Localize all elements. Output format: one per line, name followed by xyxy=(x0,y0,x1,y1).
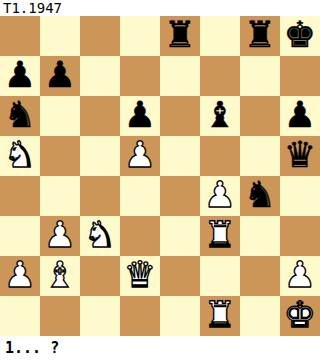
square-g8[interactable]: ♜ xyxy=(240,16,280,56)
square-a7[interactable]: ♟ xyxy=(0,56,40,96)
square-d3[interactable] xyxy=(120,216,160,256)
square-b2[interactable]: ♝ xyxy=(40,256,80,296)
chess-board: ♜♜♚♟♟♞♟♝♟♞♟♛♟♞♟♞♜♟♝♛♟♜♚ xyxy=(0,16,320,336)
move-prompt: 1... ? xyxy=(5,339,59,357)
square-e1[interactable] xyxy=(160,296,200,336)
black-rook-piece: ♜ xyxy=(164,15,196,55)
puzzle-title: T1.1947 xyxy=(3,0,62,16)
black-pawn-piece: ♟ xyxy=(44,55,76,95)
square-d4[interactable] xyxy=(120,176,160,216)
square-h3[interactable] xyxy=(280,216,320,256)
square-g4[interactable]: ♞ xyxy=(240,176,280,216)
square-a8[interactable] xyxy=(0,16,40,56)
black-bishop-piece: ♝ xyxy=(204,95,236,135)
square-c5[interactable] xyxy=(80,136,120,176)
square-c7[interactable] xyxy=(80,56,120,96)
square-a3[interactable] xyxy=(0,216,40,256)
square-c8[interactable] xyxy=(80,16,120,56)
black-pawn-piece: ♟ xyxy=(284,95,316,135)
white-rook-piece: ♜ xyxy=(204,215,236,255)
square-d7[interactable] xyxy=(120,56,160,96)
white-pawn-piece: ♟ xyxy=(284,255,316,295)
square-a1[interactable] xyxy=(0,296,40,336)
square-h1[interactable]: ♚ xyxy=(280,296,320,336)
square-f7[interactable] xyxy=(200,56,240,96)
white-queen-piece: ♛ xyxy=(124,255,156,295)
square-c6[interactable] xyxy=(80,96,120,136)
square-c1[interactable] xyxy=(80,296,120,336)
white-knight-piece: ♞ xyxy=(4,135,36,175)
square-d1[interactable] xyxy=(120,296,160,336)
square-g3[interactable] xyxy=(240,216,280,256)
square-b5[interactable] xyxy=(40,136,80,176)
square-h4[interactable] xyxy=(280,176,320,216)
black-pawn-piece: ♟ xyxy=(124,95,156,135)
square-d2[interactable]: ♛ xyxy=(120,256,160,296)
white-pawn-piece: ♟ xyxy=(44,215,76,255)
square-b1[interactable] xyxy=(40,296,80,336)
square-e6[interactable] xyxy=(160,96,200,136)
square-g2[interactable] xyxy=(240,256,280,296)
square-g5[interactable] xyxy=(240,136,280,176)
square-f1[interactable]: ♜ xyxy=(200,296,240,336)
square-h6[interactable]: ♟ xyxy=(280,96,320,136)
square-h8[interactable]: ♚ xyxy=(280,16,320,56)
square-d6[interactable]: ♟ xyxy=(120,96,160,136)
puzzle-footer: 1... ? xyxy=(0,336,320,360)
square-e5[interactable] xyxy=(160,136,200,176)
square-b6[interactable] xyxy=(40,96,80,136)
square-g6[interactable] xyxy=(240,96,280,136)
square-a2[interactable]: ♟ xyxy=(0,256,40,296)
square-f6[interactable]: ♝ xyxy=(200,96,240,136)
square-g7[interactable] xyxy=(240,56,280,96)
square-f8[interactable] xyxy=(200,16,240,56)
black-rook-piece: ♜ xyxy=(244,15,276,55)
square-d8[interactable] xyxy=(120,16,160,56)
square-a4[interactable] xyxy=(0,176,40,216)
square-e8[interactable]: ♜ xyxy=(160,16,200,56)
square-e2[interactable] xyxy=(160,256,200,296)
white-pawn-piece: ♟ xyxy=(4,255,36,295)
white-king-piece: ♚ xyxy=(284,295,316,335)
square-h7[interactable] xyxy=(280,56,320,96)
square-h5[interactable]: ♛ xyxy=(280,136,320,176)
square-b3[interactable]: ♟ xyxy=(40,216,80,256)
white-rook-piece: ♜ xyxy=(204,295,236,335)
square-b7[interactable]: ♟ xyxy=(40,56,80,96)
square-c4[interactable] xyxy=(80,176,120,216)
square-d5[interactable]: ♟ xyxy=(120,136,160,176)
square-a5[interactable]: ♞ xyxy=(0,136,40,176)
white-pawn-piece: ♟ xyxy=(204,175,236,215)
square-e4[interactable] xyxy=(160,176,200,216)
white-bishop-piece: ♝ xyxy=(44,255,76,295)
black-king-piece: ♚ xyxy=(284,15,316,55)
square-f2[interactable] xyxy=(200,256,240,296)
square-f4[interactable]: ♟ xyxy=(200,176,240,216)
square-f3[interactable]: ♜ xyxy=(200,216,240,256)
square-c3[interactable]: ♞ xyxy=(80,216,120,256)
square-a6[interactable]: ♞ xyxy=(0,96,40,136)
square-b4[interactable] xyxy=(40,176,80,216)
square-f5[interactable] xyxy=(200,136,240,176)
square-c2[interactable] xyxy=(80,256,120,296)
black-queen-piece: ♛ xyxy=(284,135,316,175)
square-e3[interactable] xyxy=(160,216,200,256)
black-pawn-piece: ♟ xyxy=(4,55,36,95)
square-g1[interactable] xyxy=(240,296,280,336)
square-h2[interactable]: ♟ xyxy=(280,256,320,296)
black-knight-piece: ♞ xyxy=(244,175,276,215)
square-b8[interactable] xyxy=(40,16,80,56)
white-knight-piece: ♞ xyxy=(84,215,116,255)
square-e7[interactable] xyxy=(160,56,200,96)
black-knight-piece: ♞ xyxy=(4,95,36,135)
white-pawn-piece: ♟ xyxy=(124,135,156,175)
